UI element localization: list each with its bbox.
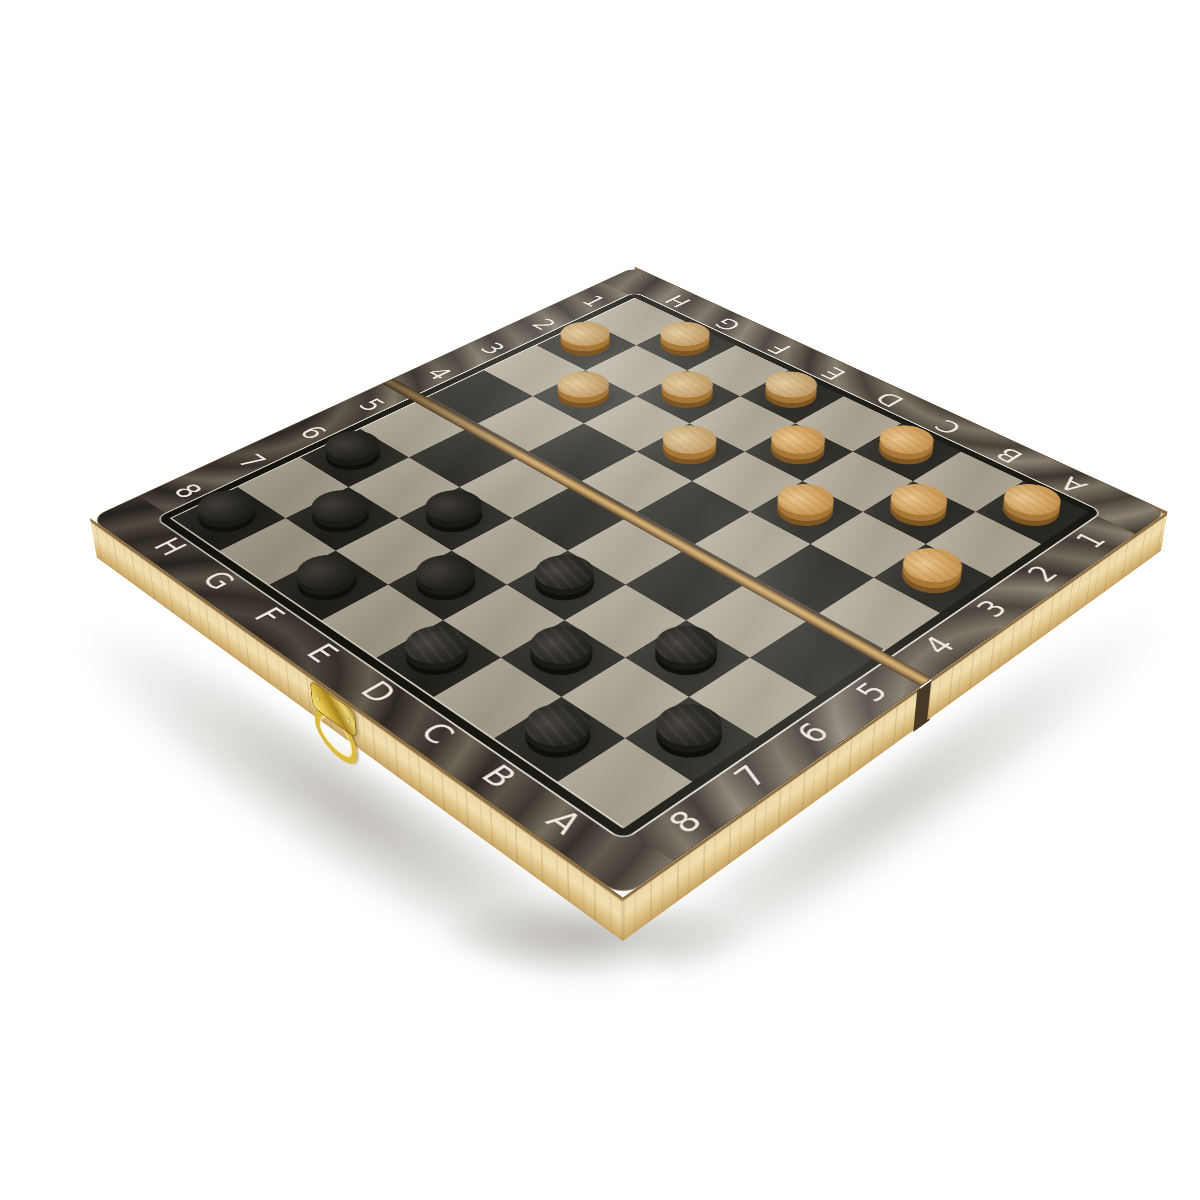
label-left-A: A	[540, 805, 590, 838]
label-left-G: G	[196, 567, 242, 593]
label-bottom-6: 6	[790, 718, 836, 747]
board-face: 8765432187654321HGFEDCBAHGFEDCBA	[90, 267, 1168, 898]
square-A5[interactable]	[750, 620, 875, 697]
product-photo-stage: 8765432187654321HGFEDCBAHGFEDCBA	[0, 0, 1200, 1200]
label-left-B: B	[475, 760, 523, 792]
square-B4[interactable]	[756, 544, 874, 613]
label-bottom-1: 1	[1070, 529, 1112, 552]
label-left-H: H	[148, 534, 192, 559]
perspective-scene: 8765432187654321HGFEDCBAHGFEDCBA	[0, 0, 1200, 1200]
label-bottom-2: 2	[1021, 562, 1063, 586]
label-left-C: C	[414, 718, 462, 748]
label-left-E: E	[301, 640, 345, 666]
label-bottom-5: 5	[849, 678, 894, 706]
border-band-left	[91, 496, 675, 898]
square-C5[interactable]	[626, 551, 745, 621]
label-left-D: D	[354, 677, 402, 707]
label-left-F: F	[248, 604, 290, 628]
border-band-bottom	[575, 490, 1168, 898]
label-bottom-4: 4	[917, 632, 961, 658]
label-bottom-7: 7	[727, 761, 774, 792]
board-print: 8765432187654321HGFEDCBAHGFEDCBA	[90, 267, 1168, 898]
folding-board: 8765432187654321HGFEDCBAHGFEDCBA	[90, 267, 1168, 898]
label-bottom-3: 3	[970, 596, 1013, 621]
clasp-screw-icon	[346, 716, 351, 724]
clasp-screw-icon	[316, 694, 321, 702]
label-bottom-8: 8	[661, 806, 709, 839]
